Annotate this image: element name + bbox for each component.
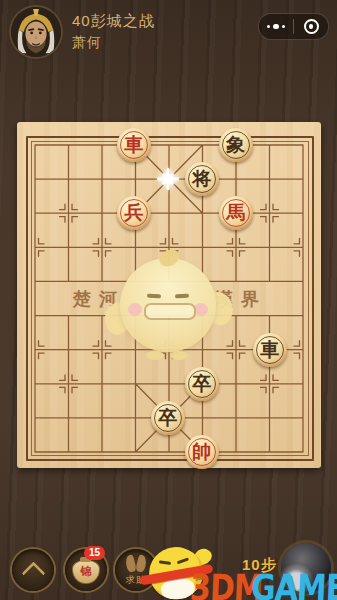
more-dots-icon — [273, 24, 279, 30]
steps-counter: 10步 — [242, 556, 277, 575]
level-title: 40彭城之战 — [72, 12, 155, 31]
piece-char: 卒 — [192, 374, 211, 393]
piece-red-horse[interactable]: 馬 — [219, 196, 253, 230]
piece-char: 将 — [192, 169, 211, 188]
board-intersections[interactable]: 車象将兵馬車卒卒帥 — [18, 128, 320, 469]
3dm-chick-wing — [191, 545, 214, 569]
piece-bowl[interactable] — [281, 543, 331, 593]
tips-badge: 15 — [84, 546, 105, 560]
piece-char: 帥 — [192, 442, 211, 461]
last-move-marker — [156, 167, 180, 191]
more-button[interactable] — [259, 14, 293, 39]
app-screen: 40彭城之战 萧何 楚河 漢界 車象将兵馬車卒卒帥 — [0, 0, 337, 600]
piece-red-chariot[interactable]: 車 — [117, 128, 151, 162]
piece-red-general[interactable]: 帥 — [185, 435, 219, 469]
circle-dot-icon — [304, 19, 319, 34]
more-dots-icon — [267, 25, 271, 29]
player-name: 萧何 — [72, 34, 102, 52]
tips-button[interactable]: 锦 15 — [65, 549, 107, 591]
piece-char: 車 — [260, 340, 279, 359]
warrior-portrait-icon — [11, 7, 61, 57]
piece-char: 車 — [124, 135, 143, 154]
piece-char: 兵 — [124, 203, 143, 222]
piece-black-elephant[interactable]: 象 — [219, 128, 253, 162]
3dm-chick-eye — [159, 560, 171, 565]
piece-black-soldier[interactable]: 卒 — [151, 401, 185, 435]
3dm-chick-belly — [160, 576, 196, 600]
piece-black-soldier[interactable]: 卒 — [185, 367, 219, 401]
help-label: 求助 — [115, 574, 157, 587]
3dm-chick-eye — [177, 557, 189, 564]
piece-char: 象 — [226, 135, 245, 154]
player-avatar — [11, 7, 61, 57]
money-bag-icon: 锦 — [72, 560, 100, 584]
piece-red-soldier[interactable]: 兵 — [117, 196, 151, 230]
piece-char: 馬 — [226, 203, 245, 222]
piece-black-chariot[interactable]: 車 — [253, 333, 287, 367]
more-dots-icon — [282, 25, 286, 29]
wechat-capsule — [258, 13, 329, 40]
chevron-up-icon — [21, 561, 45, 585]
expand-button[interactable] — [12, 549, 54, 591]
praying-hands-icon — [123, 555, 149, 573]
piece-char: 卒 — [158, 408, 177, 427]
xiangqi-board[interactable]: 楚河 漢界 車象将兵馬車卒卒帥 — [17, 122, 321, 468]
help-button[interactable]: 求助 — [115, 549, 157, 591]
minimize-button[interactable] — [294, 14, 328, 39]
piece-black-general[interactable]: 将 — [185, 162, 219, 196]
